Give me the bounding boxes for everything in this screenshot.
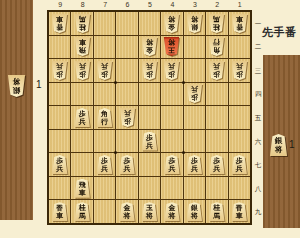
board-cell[interactable]: 桂馬 <box>206 12 227 35</box>
board-cell[interactable] <box>116 12 137 35</box>
board-piece-4i[interactable]: 金将 <box>163 202 180 221</box>
sente-hand-stand: 銀将 1 <box>263 55 300 228</box>
board-cell[interactable]: 金将 <box>161 12 182 35</box>
board-piece-8b[interactable]: 飛車 <box>74 37 91 56</box>
piece-kanji: 歩 <box>146 134 153 142</box>
board-piece-2a[interactable]: 桂馬 <box>208 14 225 33</box>
piece-kanji: 将 <box>275 146 283 155</box>
board-cell[interactable]: 歩兵 <box>229 59 250 82</box>
board-piece-4b[interactable]: 王将 <box>163 37 180 56</box>
board-cell[interactable] <box>139 83 160 106</box>
board-cell[interactable] <box>206 106 227 129</box>
piece-tile: 桂馬 <box>74 202 91 221</box>
piece-kanji: 銀 <box>13 86 21 95</box>
board-piece-7c[interactable]: 歩兵 <box>96 61 113 80</box>
piece-kanji: 車 <box>79 189 86 197</box>
board-piece-4g[interactable]: 歩兵 <box>163 155 180 174</box>
board-cell[interactable]: 歩兵 <box>94 153 115 176</box>
board-piece-4c[interactable]: 歩兵 <box>163 61 180 80</box>
piece-kanji: 歩 <box>56 157 63 165</box>
board-piece-4a[interactable]: 金将 <box>163 14 180 33</box>
piece-kanji: 将 <box>124 212 131 220</box>
board-cell[interactable]: 玉将 <box>139 200 160 223</box>
piece-tile: 歩兵 <box>96 155 113 174</box>
board-cell[interactable] <box>116 177 137 200</box>
piece-kanji: 兵 <box>168 165 175 173</box>
shogi-app: 銀将 1 香車桂馬金将銀将桂馬香車飛車金将王将角行歩兵歩兵歩兵歩兵歩兵歩兵歩兵歩… <box>0 0 300 238</box>
board-cell[interactable]: 銀将 <box>184 12 205 35</box>
file-label-1: 1 <box>234 1 246 8</box>
piece-kanji: 桂 <box>213 204 220 212</box>
sente-hand-count: 1 <box>289 139 295 150</box>
piece-kanji: 兵 <box>146 142 153 150</box>
board-piece-9g[interactable]: 歩兵 <box>51 155 68 174</box>
board-cell[interactable] <box>184 106 205 129</box>
rank-label-6: 六 <box>254 138 263 147</box>
piece-kanji: 兵 <box>236 165 243 173</box>
piece-kanji: 銀 <box>191 23 198 31</box>
piece-kanji: 馬 <box>79 15 86 23</box>
piece-tile: 歩兵 <box>74 61 91 80</box>
board-cell[interactable]: 桂馬 <box>71 200 92 223</box>
board-cell[interactable]: 金将 <box>116 200 137 223</box>
piece-kanji: 歩 <box>124 157 131 165</box>
piece-kanji: 車 <box>236 212 243 220</box>
board-piece-2i[interactable]: 桂馬 <box>208 202 225 221</box>
board-cell[interactable] <box>161 130 182 153</box>
piece-kanji: 歩 <box>191 93 198 101</box>
piece-tile: 銀将 <box>7 75 26 97</box>
piece-tile: 金将 <box>119 202 136 221</box>
piece-kanji: 馬 <box>213 212 220 220</box>
board-cell[interactable] <box>94 130 115 153</box>
piece-kanji: 将 <box>13 77 21 86</box>
board-cell[interactable]: 歩兵 <box>206 153 227 176</box>
board-cell[interactable] <box>49 106 70 129</box>
board-cell[interactable]: 香車 <box>229 12 250 35</box>
board-piece-9a[interactable]: 香車 <box>51 14 68 33</box>
board-piece-3i[interactable]: 銀将 <box>186 202 203 221</box>
board-cell[interactable]: 歩兵 <box>161 59 182 82</box>
piece-kanji: 角 <box>101 110 108 118</box>
piece-kanji: 将 <box>191 212 198 220</box>
piece-kanji: 将 <box>146 38 153 46</box>
piece-tile: 桂馬 <box>74 14 91 33</box>
piece-kanji: 金 <box>168 23 175 31</box>
file-label-4: 4 <box>166 1 178 8</box>
board-cell[interactable] <box>116 59 137 82</box>
piece-tile: 歩兵 <box>186 155 203 174</box>
board-cell[interactable] <box>94 200 115 223</box>
piece-tile: 歩兵 <box>51 61 68 80</box>
file-label-3: 3 <box>189 1 201 8</box>
board-cell[interactable]: 金将 <box>161 200 182 223</box>
board-cell[interactable]: 飛車 <box>71 36 92 59</box>
piece-tile: 歩兵 <box>74 108 91 127</box>
board-cell[interactable]: 飛車 <box>71 177 92 200</box>
board-cell[interactable] <box>116 83 137 106</box>
piece-kanji: 車 <box>56 15 63 23</box>
board-cell[interactable] <box>229 83 250 106</box>
board-cell[interactable] <box>206 130 227 153</box>
file-label-8: 8 <box>77 1 89 8</box>
piece-kanji: 歩 <box>79 110 86 118</box>
board-piece-6i[interactable]: 金将 <box>119 202 136 221</box>
board-cell[interactable] <box>139 106 160 129</box>
piece-tile: 王将 <box>163 37 180 56</box>
piece-tile: 歩兵 <box>231 61 248 80</box>
board-piece-3d[interactable]: 歩兵 <box>186 84 203 103</box>
piece-tile: 玉将 <box>141 202 158 221</box>
board-cell[interactable]: 香車 <box>229 200 250 223</box>
piece-kanji: 兵 <box>79 62 86 70</box>
board-cell[interactable]: 歩兵 <box>116 153 137 176</box>
piece-tile: 歩兵 <box>208 155 225 174</box>
board-cell[interactable]: 歩兵 <box>49 153 70 176</box>
rank-label-9: 九 <box>254 208 263 217</box>
piece-kanji: 兵 <box>124 109 131 117</box>
piece-tile: 銀将 <box>186 14 203 33</box>
board-cell[interactable]: 歩兵 <box>184 83 205 106</box>
board-cell[interactable] <box>71 153 92 176</box>
piece-kanji: 角 <box>213 46 220 54</box>
board-cell[interactable]: 歩兵 <box>49 59 70 82</box>
board-piece-1g[interactable]: 歩兵 <box>231 155 248 174</box>
board-cell[interactable]: 桂馬 <box>206 200 227 223</box>
board-cell[interactable] <box>94 12 115 35</box>
piece-tile: 桂馬 <box>208 202 225 221</box>
piece-kanji: 桂 <box>79 204 86 212</box>
piece-tile: 金将 <box>141 37 158 56</box>
sente-hand-piece-silver[interactable]: 銀将 <box>269 134 288 156</box>
board-cell[interactable]: 角行 <box>94 106 115 129</box>
board-cell[interactable]: 歩兵 <box>184 153 205 176</box>
board-cell[interactable] <box>139 153 160 176</box>
piece-tile: 歩兵 <box>96 61 113 80</box>
board-cell[interactable] <box>116 36 137 59</box>
board-cell[interactable] <box>71 83 92 106</box>
piece-kanji: 兵 <box>168 62 175 70</box>
piece-kanji: 馬 <box>213 15 220 23</box>
piece-tile: 歩兵 <box>231 155 248 174</box>
board-cell[interactable] <box>184 36 205 59</box>
piece-tile: 金将 <box>163 202 180 221</box>
piece-tile: 歩兵 <box>163 155 180 174</box>
piece-kanji: 歩 <box>168 70 175 78</box>
board-piece-6e[interactable]: 歩兵 <box>119 108 136 127</box>
piece-kanji: 歩 <box>236 157 243 165</box>
piece-tile: 香車 <box>231 202 248 221</box>
piece-tile: 香車 <box>51 14 68 33</box>
piece-kanji: 銀 <box>191 204 198 212</box>
rank-label-5: 五 <box>254 114 263 123</box>
board-cell[interactable]: 歩兵 <box>94 59 115 82</box>
board-piece-8e[interactable]: 歩兵 <box>74 108 91 127</box>
board-cell[interactable]: 香車 <box>49 200 70 223</box>
piece-kanji: 歩 <box>101 70 108 78</box>
piece-kanji: 歩 <box>79 70 86 78</box>
piece-tile: 歩兵 <box>119 155 136 174</box>
piece-kanji: 兵 <box>124 165 131 173</box>
piece-kanji: 将 <box>146 212 153 220</box>
board-piece-2g[interactable]: 歩兵 <box>208 155 225 174</box>
board-piece-3a[interactable]: 銀将 <box>186 14 203 33</box>
piece-kanji: 兵 <box>236 62 243 70</box>
piece-tile: 香車 <box>231 14 248 33</box>
board-piece-9i[interactable]: 香車 <box>51 202 68 221</box>
board-cell[interactable] <box>94 83 115 106</box>
board-cell[interactable] <box>139 12 160 35</box>
piece-kanji: 香 <box>56 23 63 31</box>
piece-kanji: 将 <box>168 38 175 46</box>
board-cell[interactable] <box>206 177 227 200</box>
board-cell[interactable] <box>184 59 205 82</box>
piece-kanji: 行 <box>101 118 108 126</box>
board-cell[interactable]: 王将 <box>161 36 182 59</box>
piece-kanji: 歩 <box>168 157 175 165</box>
piece-kanji: 将 <box>168 15 175 23</box>
board-cell[interactable] <box>161 106 182 129</box>
board-piece-1i[interactable]: 香車 <box>231 202 248 221</box>
piece-kanji: 兵 <box>56 165 63 173</box>
board-cell[interactable] <box>94 36 115 59</box>
piece-tile: 飛車 <box>74 37 91 56</box>
piece-kanji: 歩 <box>124 117 131 125</box>
board-cell[interactable]: 銀将 <box>184 200 205 223</box>
board-cell[interactable] <box>229 106 250 129</box>
piece-kanji: 歩 <box>213 157 220 165</box>
board-cell[interactable] <box>161 83 182 106</box>
piece-kanji: 車 <box>56 212 63 220</box>
piece-tile: 歩兵 <box>141 61 158 80</box>
board-cell[interactable] <box>116 130 137 153</box>
piece-kanji: 兵 <box>213 62 220 70</box>
piece-kanji: 兵 <box>79 118 86 126</box>
piece-kanji: 金 <box>168 204 175 212</box>
board-piece-8c[interactable]: 歩兵 <box>74 61 91 80</box>
board-piece-3g[interactable]: 歩兵 <box>186 155 203 174</box>
piece-kanji: 香 <box>236 204 243 212</box>
board-cell[interactable] <box>206 83 227 106</box>
board-piece-9c[interactable]: 歩兵 <box>51 61 68 80</box>
board-cell[interactable] <box>71 130 92 153</box>
piece-tile: 金将 <box>163 14 180 33</box>
board-cell[interactable]: 桂馬 <box>71 12 92 35</box>
piece-kanji: 歩 <box>213 70 220 78</box>
board-cell[interactable] <box>229 130 250 153</box>
file-label-7: 7 <box>99 1 111 8</box>
piece-kanji: 王 <box>168 46 175 54</box>
file-label-6: 6 <box>122 1 134 8</box>
piece-kanji: 歩 <box>191 157 198 165</box>
star-point <box>182 81 185 84</box>
board-cell[interactable]: 角行 <box>206 36 227 59</box>
piece-tile: 歩兵 <box>186 84 203 103</box>
piece-kanji: 飛 <box>79 181 86 189</box>
board-cell[interactable]: 歩兵 <box>139 59 160 82</box>
piece-kanji: 将 <box>168 212 175 220</box>
board-piece-2b[interactable]: 角行 <box>208 37 225 56</box>
board-cell[interactable]: 香車 <box>49 12 70 35</box>
board-cell[interactable] <box>184 177 205 200</box>
gote-hand-count: 1 <box>36 79 42 90</box>
piece-kanji: 兵 <box>213 165 220 173</box>
board-piece-6g[interactable]: 歩兵 <box>119 155 136 174</box>
piece-kanji: 車 <box>79 38 86 46</box>
rank-label-4: 四 <box>254 90 263 99</box>
board-cell[interactable] <box>49 177 70 200</box>
piece-kanji: 金 <box>146 46 153 54</box>
piece-tile: 歩兵 <box>141 132 158 151</box>
board-cell[interactable] <box>139 177 160 200</box>
piece-tile: 歩兵 <box>119 108 136 127</box>
board-cell[interactable]: 歩兵 <box>71 106 92 129</box>
board-piece-5c[interactable]: 歩兵 <box>141 61 158 80</box>
board-cell[interactable] <box>229 177 250 200</box>
board-cell[interactable] <box>49 83 70 106</box>
piece-tile: 銀将 <box>186 202 203 221</box>
piece-kanji: 馬 <box>79 212 86 220</box>
board-piece-5b[interactable]: 金将 <box>141 37 158 56</box>
piece-tile: 香車 <box>51 202 68 221</box>
board-cell[interactable]: 歩兵 <box>161 153 182 176</box>
piece-kanji: 桂 <box>79 23 86 31</box>
piece-kanji: 香 <box>236 23 243 31</box>
gote-hand-piece-silver[interactable]: 銀将 <box>7 75 26 97</box>
piece-kanji: 歩 <box>146 70 153 78</box>
board-cell[interactable]: 歩兵 <box>206 59 227 82</box>
file-label-9: 9 <box>54 1 66 8</box>
board-piece-8h[interactable]: 飛車 <box>74 179 91 198</box>
board-cell[interactable] <box>184 130 205 153</box>
board-cell[interactable]: 歩兵 <box>116 106 137 129</box>
rank-label-2: 二 <box>254 43 263 52</box>
piece-tile: 歩兵 <box>163 61 180 80</box>
piece-kanji: 桂 <box>213 23 220 31</box>
file-label-2: 2 <box>211 1 223 8</box>
piece-kanji: 車 <box>236 15 243 23</box>
gote-hand-stand: 銀将 <box>0 0 33 220</box>
board-cell[interactable]: 金将 <box>139 36 160 59</box>
piece-tile: 飛車 <box>74 179 91 198</box>
rank-label-8: 八 <box>254 185 263 194</box>
board-piece-5f[interactable]: 歩兵 <box>141 132 158 151</box>
piece-tile: 角行 <box>96 108 113 127</box>
piece-kanji: 将 <box>191 15 198 23</box>
piece-tile: 歩兵 <box>208 61 225 80</box>
board-piece-2c[interactable]: 歩兵 <box>208 61 225 80</box>
board-cell[interactable]: 歩兵 <box>229 153 250 176</box>
piece-kanji: 歩 <box>101 157 108 165</box>
piece-kanji: 兵 <box>146 62 153 70</box>
piece-kanji: 香 <box>56 204 63 212</box>
piece-kanji: 兵 <box>56 62 63 70</box>
piece-kanji: 兵 <box>191 165 198 173</box>
piece-kanji: 歩 <box>236 70 243 78</box>
board-piece-8a[interactable]: 桂馬 <box>74 14 91 33</box>
piece-kanji: 行 <box>213 38 220 46</box>
board-cell[interactable] <box>161 177 182 200</box>
piece-kanji: 飛 <box>79 46 86 54</box>
rank-label-7: 七 <box>254 161 263 170</box>
piece-kanji: 金 <box>124 204 131 212</box>
board-piece-8i[interactable]: 桂馬 <box>74 202 91 221</box>
piece-kanji: 兵 <box>101 62 108 70</box>
piece-kanji: 玉 <box>146 204 153 212</box>
board-cell[interactable]: 歩兵 <box>71 59 92 82</box>
board-piece-1a[interactable]: 香車 <box>231 14 248 33</box>
board-piece-7g[interactable]: 歩兵 <box>96 155 113 174</box>
shogi-board: 香車桂馬金将銀将桂馬香車飛車金将王将角行歩兵歩兵歩兵歩兵歩兵歩兵歩兵歩兵歩兵角行… <box>47 10 252 225</box>
board-cell[interactable] <box>49 130 70 153</box>
board-cell[interactable] <box>49 36 70 59</box>
file-label-5: 5 <box>144 1 156 8</box>
board-cell[interactable]: 歩兵 <box>139 130 160 153</box>
board-cell[interactable] <box>94 177 115 200</box>
rank-label-3: 三 <box>254 67 263 76</box>
turn-indicator: 先手番 <box>262 25 297 40</box>
board-cell[interactable] <box>229 36 250 59</box>
piece-tile: 角行 <box>208 37 225 56</box>
piece-kanji: 歩 <box>56 70 63 78</box>
board-piece-1c[interactable]: 歩兵 <box>231 61 248 80</box>
piece-kanji: 兵 <box>191 85 198 93</box>
piece-tile: 歩兵 <box>51 155 68 174</box>
piece-tile: 桂馬 <box>208 14 225 33</box>
board-piece-7e[interactable]: 角行 <box>96 108 113 127</box>
board-piece-5i[interactable]: 玉将 <box>141 202 158 221</box>
piece-tile: 銀将 <box>269 134 288 156</box>
piece-kanji: 兵 <box>101 165 108 173</box>
